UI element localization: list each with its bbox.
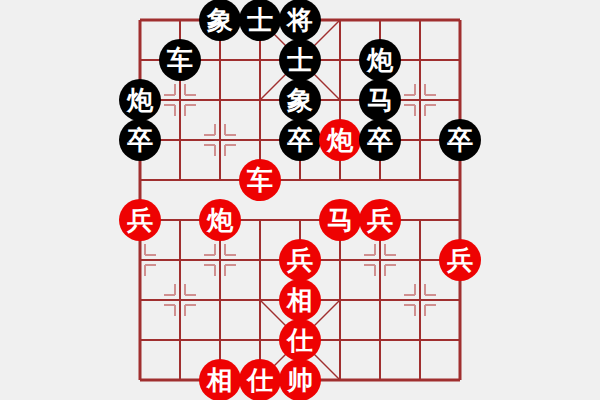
black-pawn[interactable]: 卒	[359, 119, 401, 161]
black-advisor[interactable]: 士	[239, 0, 281, 41]
black-cannon[interactable]: 炮	[359, 39, 401, 81]
red-cannon[interactable]: 炮	[319, 119, 361, 161]
red-general[interactable]: 帅	[279, 359, 321, 400]
red-chariot[interactable]: 车	[239, 159, 281, 201]
red-cannon[interactable]: 炮	[199, 199, 241, 241]
xiangqi-board: 象士将车士炮炮象马卒卒炮卒卒车兵炮马兵兵兵相仕相仕帅	[0, 0, 600, 400]
black-pawn[interactable]: 卒	[279, 119, 321, 161]
red-pawn[interactable]: 兵	[119, 199, 161, 241]
pieces-layer: 象士将车士炮炮象马卒卒炮卒卒车兵炮马兵兵兵相仕相仕帅	[120, 0, 480, 400]
black-cannon[interactable]: 炮	[119, 79, 161, 121]
red-horse[interactable]: 马	[319, 199, 361, 241]
black-advisor[interactable]: 士	[279, 39, 321, 81]
red-advisor[interactable]: 仕	[279, 319, 321, 361]
red-elephant[interactable]: 相	[199, 359, 241, 400]
black-pawn[interactable]: 卒	[119, 119, 161, 161]
red-advisor[interactable]: 仕	[239, 359, 281, 400]
red-elephant[interactable]: 相	[279, 279, 321, 321]
red-pawn[interactable]: 兵	[279, 239, 321, 281]
black-chariot[interactable]: 车	[159, 39, 201, 81]
red-pawn[interactable]: 兵	[359, 199, 401, 241]
red-pawn[interactable]: 兵	[439, 239, 481, 281]
black-pawn[interactable]: 卒	[439, 119, 481, 161]
black-horse[interactable]: 马	[359, 79, 401, 121]
black-elephant[interactable]: 象	[279, 79, 321, 121]
black-elephant[interactable]: 象	[199, 0, 241, 41]
black-general[interactable]: 将	[279, 0, 321, 41]
